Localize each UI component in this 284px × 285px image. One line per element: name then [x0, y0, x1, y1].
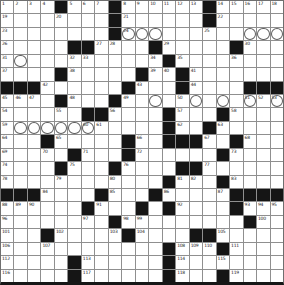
crossword-cell-r1c5[interactable] — [68, 14, 80, 26]
crossword-cell-r3c8[interactable]: 28 — [109, 41, 121, 53]
crossword-cell-r13c10[interactable] — [136, 176, 148, 188]
crossword-cell-r18c8[interactable] — [109, 243, 121, 255]
crossword-cell-r8c14[interactable] — [190, 108, 202, 120]
crossword-cell-r18c2[interactable] — [28, 243, 40, 255]
crossword-cell-r11c19[interactable] — [257, 149, 269, 161]
crossword-cell-r17c2[interactable] — [28, 229, 40, 241]
crossword-cell-r16c20[interactable] — [271, 216, 283, 228]
crossword-cell-r2c14[interactable] — [190, 28, 202, 40]
crossword-cell-r10c15[interactable]: 67 — [203, 135, 215, 147]
crossword-cell-r9c7[interactable]: 61 — [95, 122, 107, 134]
crossword-cell-r10c10[interactable]: 66 — [136, 135, 148, 147]
crossword-cell-r14c15[interactable] — [203, 189, 215, 201]
crossword-cell-r7c14[interactable] — [190, 95, 202, 107]
crossword-cell-r7c12[interactable] — [163, 95, 175, 107]
crossword-cell-r3c18[interactable]: 30 — [244, 41, 256, 53]
crossword-cell-r17c19[interactable] — [257, 229, 269, 241]
crossword-cell-r18c13[interactable]: 108 — [176, 243, 188, 255]
crossword-cell-r2c11[interactable] — [149, 28, 161, 40]
crossword-cell-r2c7[interactable] — [95, 28, 107, 40]
crossword-cell-r2c1[interactable] — [14, 28, 26, 40]
crossword-cell-r20c20[interactable] — [271, 270, 283, 282]
crossword-cell-r1c0[interactable]: 19 — [1, 14, 13, 26]
crossword-cell-r1c7[interactable] — [95, 14, 107, 26]
crossword-cell-r4c8[interactable] — [109, 55, 121, 67]
crossword-cell-r15c1[interactable]: 89 — [14, 202, 26, 214]
crossword-cell-r9c17[interactable] — [230, 122, 242, 134]
crossword-cell-r17c20[interactable] — [271, 229, 283, 241]
crossword-cell-r1c4[interactable]: 20 — [55, 14, 67, 26]
crossword-cell-r12c15[interactable]: 77 — [203, 162, 215, 174]
crossword-cell-r19c11[interactable] — [149, 256, 161, 268]
crossword-cell-r16c9[interactable]: 98 — [122, 216, 134, 228]
crossword-cell-r2c12[interactable] — [163, 28, 175, 40]
crossword-cell-r0c3[interactable]: 4 — [41, 1, 53, 13]
crossword-cell-r13c3[interactable] — [41, 176, 53, 188]
crossword-cell-r20c14[interactable] — [190, 270, 202, 282]
crossword-cell-r16c1[interactable] — [14, 216, 26, 228]
crossword-cell-r20c1[interactable] — [14, 270, 26, 282]
crossword-cell-r1c11[interactable] — [149, 14, 161, 26]
crossword-cell-r3c10[interactable] — [136, 41, 148, 53]
crossword-cell-r12c3[interactable] — [41, 162, 53, 174]
crossword-cell-r12c17[interactable] — [230, 162, 242, 174]
crossword-cell-r12c16[interactable] — [217, 162, 229, 174]
crossword-cell-r20c13[interactable]: 118 — [176, 270, 188, 282]
crossword-cell-r2c15[interactable]: 25 — [203, 28, 215, 40]
crossword-cell-r6c8[interactable] — [109, 82, 121, 94]
crossword-cell-r4c19[interactable] — [257, 55, 269, 67]
crossword-cell-r16c6[interactable]: 97 — [82, 216, 94, 228]
crossword-cell-r13c13[interactable]: 81 — [176, 176, 188, 188]
crossword-cell-r10c16[interactable] — [217, 135, 229, 147]
crossword-cell-r16c4[interactable] — [55, 216, 67, 228]
crossword-cell-r14c14[interactable] — [190, 189, 202, 201]
crossword-cell-r18c0[interactable]: 106 — [1, 243, 13, 255]
crossword-cell-r4c20[interactable] — [271, 55, 283, 67]
crossword-cell-r17c18[interactable] — [244, 229, 256, 241]
crossword-cell-r9c13[interactable]: 62 — [176, 122, 188, 134]
crossword-cell-r1c20[interactable] — [271, 14, 283, 26]
crossword-cell-r19c13[interactable]: 114 — [176, 256, 188, 268]
crossword-cell-r0c19[interactable]: 17 — [257, 1, 269, 13]
crossword-cell-r3c2[interactable] — [28, 41, 40, 53]
crossword-cell-r20c4[interactable] — [55, 270, 67, 282]
crossword-cell-r18c18[interactable] — [244, 243, 256, 255]
crossword-cell-r6c10[interactable]: 43 — [136, 82, 148, 94]
crossword-cell-r0c9[interactable]: 8 — [122, 1, 134, 13]
crossword-cell-r7c19[interactable]: 52 — [257, 95, 269, 107]
crossword-cell-r1c2[interactable] — [28, 14, 40, 26]
crossword-cell-r11c2[interactable] — [28, 149, 40, 161]
crossword-cell-r2c4[interactable] — [55, 28, 67, 40]
crossword-cell-r8c2[interactable] — [28, 108, 40, 120]
crossword-cell-r4c11[interactable]: 34 — [149, 55, 161, 67]
crossword-cell-r17c0[interactable]: 101 — [1, 229, 13, 241]
crossword-cell-r0c13[interactable]: 12 — [176, 1, 188, 13]
crossword-cell-r9c19[interactable] — [257, 122, 269, 134]
crossword-cell-r6c16[interactable] — [217, 82, 229, 94]
crossword-cell-r13c2[interactable] — [28, 176, 40, 188]
crossword-cell-r12c19[interactable] — [257, 162, 269, 174]
crossword-cell-r20c8[interactable] — [109, 270, 121, 282]
crossword-cell-r8c15[interactable] — [203, 108, 215, 120]
crossword-cell-r0c10[interactable]: 9 — [136, 1, 148, 13]
crossword-cell-r3c0[interactable]: 26 — [1, 41, 13, 53]
crossword-cell-r17c17[interactable] — [230, 229, 242, 241]
crossword-cell-r9c0[interactable]: 59 — [1, 122, 13, 134]
crossword-cell-r18c19[interactable] — [257, 243, 269, 255]
crossword-cell-r9c4[interactable] — [55, 122, 67, 134]
crossword-cell-r18c11[interactable] — [149, 243, 161, 255]
crossword-cell-r9c9[interactable] — [122, 122, 134, 134]
crossword-cell-r13c7[interactable] — [95, 176, 107, 188]
crossword-cell-r19c14[interactable] — [190, 256, 202, 268]
crossword-cell-r20c2[interactable] — [28, 270, 40, 282]
crossword-cell-r14c6[interactable] — [82, 189, 94, 201]
crossword-cell-r12c5[interactable]: 75 — [68, 162, 80, 174]
crossword-cell-r20c9[interactable] — [122, 270, 134, 282]
crossword-cell-r3c20[interactable] — [271, 41, 283, 53]
crossword-cell-r14c16[interactable]: 87 — [217, 189, 229, 201]
crossword-cell-r18c15[interactable]: 110 — [203, 243, 215, 255]
crossword-cell-r11c18[interactable] — [244, 149, 256, 161]
crossword-cell-r10c5[interactable] — [68, 135, 80, 147]
crossword-cell-r7c9[interactable]: 49 — [122, 95, 134, 107]
crossword-cell-r17c1[interactable] — [14, 229, 26, 241]
crossword-cell-r8c1[interactable] — [14, 108, 26, 120]
crossword-cell-r10c1[interactable] — [14, 135, 26, 147]
crossword-cell-r18c1[interactable] — [14, 243, 26, 255]
crossword-cell-r11c4[interactable] — [55, 149, 67, 161]
crossword-cell-r11c1[interactable] — [14, 149, 26, 161]
crossword-cell-r6c7[interactable] — [95, 82, 107, 94]
crossword-cell-r16c3[interactable] — [41, 216, 53, 228]
crossword-cell-r2c9[interactable]: 24 — [122, 28, 134, 40]
crossword-cell-r9c1[interactable] — [14, 122, 26, 134]
crossword-cell-r7c18[interactable]: 51 — [244, 95, 256, 107]
crossword-cell-r16c15[interactable] — [203, 216, 215, 228]
crossword-cell-r19c9[interactable] — [122, 256, 134, 268]
crossword-cell-r14c4[interactable] — [55, 189, 67, 201]
crossword-cell-r1c6[interactable] — [82, 14, 94, 26]
crossword-cell-r7c17[interactable] — [230, 95, 242, 107]
crossword-cell-r5c11[interactable]: 39 — [149, 68, 161, 80]
crossword-cell-r20c11[interactable] — [149, 270, 161, 282]
crossword-cell-r17c13[interactable] — [176, 229, 188, 241]
crossword-cell-r0c6[interactable]: 6 — [82, 1, 94, 13]
crossword-cell-r4c2[interactable] — [28, 55, 40, 67]
crossword-cell-r13c9[interactable] — [122, 176, 134, 188]
crossword-cell-r4c4[interactable] — [55, 55, 67, 67]
crossword-cell-r4c10[interactable] — [136, 55, 148, 67]
crossword-cell-r9c11[interactable] — [149, 122, 161, 134]
crossword-cell-r19c10[interactable] — [136, 256, 148, 268]
crossword-cell-r20c0[interactable]: 116 — [1, 270, 13, 282]
crossword-cell-r19c0[interactable]: 112 — [1, 256, 13, 268]
crossword-cell-r11c15[interactable] — [203, 149, 215, 161]
crossword-cell-r13c5[interactable] — [68, 176, 80, 188]
crossword-cell-r18c17[interactable]: 111 — [230, 243, 242, 255]
crossword-cell-r7c15[interactable] — [203, 95, 215, 107]
crossword-cell-r9c8[interactable] — [109, 122, 121, 134]
crossword-cell-r15c9[interactable] — [122, 202, 134, 214]
crossword-cell-r1c18[interactable] — [244, 14, 256, 26]
crossword-cell-r17c4[interactable]: 102 — [55, 229, 67, 241]
crossword-cell-r5c17[interactable] — [230, 68, 242, 80]
crossword-cell-r12c6[interactable] — [82, 162, 94, 174]
crossword-cell-r2c16[interactable] — [217, 28, 229, 40]
crossword-cell-r8c10[interactable] — [136, 108, 148, 120]
crossword-cell-r5c9[interactable] — [122, 68, 134, 80]
crossword-cell-r14c12[interactable]: 86 — [163, 189, 175, 201]
crossword-cell-r2c10[interactable] — [136, 28, 148, 40]
crossword-cell-r20c10[interactable] — [136, 270, 148, 282]
crossword-cell-r17c12[interactable] — [163, 229, 175, 241]
crossword-cell-r16c5[interactable] — [68, 216, 80, 228]
crossword-cell-r16c14[interactable] — [190, 216, 202, 228]
crossword-cell-r19c19[interactable] — [257, 256, 269, 268]
crossword-cell-r0c7[interactable]: 7 — [95, 1, 107, 13]
crossword-cell-r3c7[interactable]: 27 — [95, 41, 107, 53]
crossword-cell-r15c8[interactable] — [109, 202, 121, 214]
crossword-cell-r13c14[interactable]: 82 — [190, 176, 202, 188]
crossword-cell-r16c19[interactable]: 100 — [257, 216, 269, 228]
crossword-cell-r3c4[interactable] — [55, 41, 67, 53]
crossword-cell-r5c20[interactable] — [271, 68, 283, 80]
crossword-cell-r8c17[interactable]: 58 — [230, 108, 242, 120]
crossword-cell-r15c2[interactable]: 90 — [28, 202, 40, 214]
crossword-cell-r8c5[interactable] — [68, 108, 80, 120]
crossword-cell-r7c20[interactable]: 53 — [271, 95, 283, 107]
crossword-cell-r12c18[interactable] — [244, 162, 256, 174]
crossword-cell-r5c5[interactable]: 38 — [68, 68, 80, 80]
crossword-cell-r18c20[interactable] — [271, 243, 283, 255]
crossword-cell-r10c4[interactable]: 65 — [55, 135, 67, 147]
crossword-cell-r6c4[interactable] — [55, 82, 67, 94]
crossword-cell-r11c20[interactable] — [271, 149, 283, 161]
crossword-cell-r7c10[interactable] — [136, 95, 148, 107]
crossword-cell-r11c3[interactable]: 70 — [41, 149, 53, 161]
crossword-cell-r10c11[interactable] — [149, 135, 161, 147]
crossword-cell-r19c3[interactable] — [41, 256, 53, 268]
crossword-cell-r8c18[interactable] — [244, 108, 256, 120]
crossword-cell-r17c10[interactable]: 104 — [136, 229, 148, 241]
crossword-cell-r15c16[interactable] — [217, 202, 229, 214]
crossword-cell-r18c4[interactable] — [55, 243, 67, 255]
crossword-cell-r1c13[interactable] — [176, 14, 188, 26]
crossword-cell-r14c9[interactable] — [122, 189, 134, 201]
crossword-cell-r20c7[interactable] — [95, 270, 107, 282]
crossword-cell-r11c17[interactable]: 73 — [230, 149, 242, 161]
crossword-cell-r1c10[interactable] — [136, 14, 148, 26]
crossword-cell-r16c10[interactable]: 99 — [136, 216, 148, 228]
crossword-cell-r1c17[interactable] — [230, 14, 242, 26]
crossword-cell-r16c7[interactable] — [95, 216, 107, 228]
crossword-cell-r16c13[interactable] — [176, 216, 188, 228]
crossword-cell-r13c8[interactable]: 80 — [109, 176, 121, 188]
crossword-cell-r10c8[interactable] — [109, 135, 121, 147]
crossword-cell-r4c5[interactable]: 32 — [68, 55, 80, 67]
crossword-cell-r19c17[interactable] — [230, 256, 242, 268]
crossword-cell-r16c2[interactable] — [28, 216, 40, 228]
crossword-cell-r13c19[interactable] — [257, 176, 269, 188]
crossword-cell-r9c20[interactable] — [271, 122, 283, 134]
crossword-cell-r4c13[interactable]: 35 — [176, 55, 188, 67]
crossword-cell-r7c2[interactable]: 47 — [28, 95, 40, 107]
crossword-cell-r17c6[interactable] — [82, 229, 94, 241]
crossword-cell-r19c2[interactable] — [28, 256, 40, 268]
crossword-cell-r11c11[interactable] — [149, 149, 161, 161]
crossword-cell-r8c11[interactable] — [149, 108, 161, 120]
crossword-cell-r9c2[interactable] — [28, 122, 40, 134]
crossword-cell-r6c14[interactable]: 44 — [190, 82, 202, 94]
crossword-cell-r4c7[interactable] — [95, 55, 107, 67]
crossword-cell-r8c20[interactable] — [271, 108, 283, 120]
crossword-cell-r0c16[interactable]: 14 — [217, 1, 229, 13]
crossword-cell-r12c11[interactable] — [149, 162, 161, 174]
crossword-cell-r5c18[interactable] — [244, 68, 256, 80]
crossword-cell-r5c19[interactable] — [257, 68, 269, 80]
crossword-cell-r1c1[interactable] — [14, 14, 26, 26]
crossword-cell-r10c6[interactable] — [82, 135, 94, 147]
crossword-cell-r16c11[interactable] — [149, 216, 161, 228]
crossword-cell-r11c12[interactable] — [163, 149, 175, 161]
crossword-cell-r1c9[interactable]: 21 — [122, 14, 134, 26]
crossword-cell-r11c13[interactable] — [176, 149, 188, 161]
crossword-cell-r18c9[interactable] — [122, 243, 134, 255]
crossword-cell-r2c20[interactable] — [271, 28, 283, 40]
crossword-cell-r18c6[interactable] — [82, 243, 94, 255]
crossword-cell-r7c0[interactable]: 45 — [1, 95, 13, 107]
crossword-cell-r10c19[interactable] — [257, 135, 269, 147]
crossword-cell-r3c15[interactable] — [203, 41, 215, 53]
crossword-cell-r3c13[interactable] — [176, 41, 188, 53]
crossword-cell-r15c3[interactable] — [41, 202, 53, 214]
crossword-cell-r4c15[interactable] — [203, 55, 215, 67]
crossword-cell-r7c1[interactable]: 46 — [14, 95, 26, 107]
crossword-cell-r5c2[interactable] — [28, 68, 40, 80]
crossword-cell-r18c5[interactable] — [68, 243, 80, 255]
crossword-cell-r14c3[interactable]: 84 — [41, 189, 53, 201]
crossword-cell-r19c16[interactable]: 115 — [217, 256, 229, 268]
crossword-cell-r18c3[interactable]: 107 — [41, 243, 53, 255]
crossword-cell-r1c19[interactable] — [257, 14, 269, 26]
crossword-cell-r0c12[interactable]: 11 — [163, 1, 175, 13]
crossword-cell-r14c8[interactable]: 85 — [109, 189, 121, 201]
crossword-cell-r12c10[interactable] — [136, 162, 148, 174]
crossword-cell-r19c20[interactable] — [271, 256, 283, 268]
crossword-cell-r2c6[interactable] — [82, 28, 94, 40]
crossword-cell-r19c6[interactable]: 113 — [82, 256, 94, 268]
crossword-cell-r13c4[interactable]: 79 — [55, 176, 67, 188]
crossword-cell-r11c10[interactable]: 72 — [136, 149, 148, 161]
crossword-cell-r15c20[interactable]: 95 — [271, 202, 283, 214]
crossword-cell-r19c4[interactable] — [55, 256, 67, 268]
crossword-cell-r0c17[interactable]: 15 — [230, 1, 242, 13]
crossword-cell-r5c1[interactable] — [14, 68, 26, 80]
crossword-cell-r5c6[interactable] — [82, 68, 94, 80]
crossword-cell-r3c19[interactable] — [257, 41, 269, 53]
crossword-cell-r9c16[interactable]: 63 — [217, 122, 229, 134]
crossword-cell-r14c10[interactable] — [136, 189, 148, 201]
crossword-cell-r3c1[interactable] — [14, 41, 26, 53]
crossword-cell-r7c11[interactable] — [149, 95, 161, 107]
crossword-cell-r0c11[interactable]: 10 — [149, 1, 161, 13]
crossword-cell-r2c19[interactable] — [257, 28, 269, 40]
crossword-cell-r9c5[interactable] — [68, 122, 80, 134]
crossword-cell-r5c7[interactable] — [95, 68, 107, 80]
crossword-cell-r19c1[interactable] — [14, 256, 26, 268]
crossword-cell-r4c16[interactable] — [217, 55, 229, 67]
crossword-cell-r12c9[interactable]: 76 — [122, 162, 134, 174]
crossword-cell-r10c18[interactable]: 68 — [244, 135, 256, 147]
crossword-cell-r17c16[interactable]: 105 — [217, 229, 229, 241]
crossword-cell-r18c10[interactable] — [136, 243, 148, 255]
crossword-cell-r8c0[interactable]: 54 — [1, 108, 13, 120]
crossword-cell-r4c9[interactable] — [122, 55, 134, 67]
crossword-cell-r4c14[interactable] — [190, 55, 202, 67]
crossword-cell-r13c15[interactable] — [203, 176, 215, 188]
crossword-cell-r7c5[interactable]: 48 — [68, 95, 80, 107]
crossword-cell-r1c12[interactable] — [163, 14, 175, 26]
crossword-cell-r11c0[interactable]: 69 — [1, 149, 13, 161]
crossword-cell-r19c7[interactable] — [95, 256, 107, 268]
crossword-cell-r5c0[interactable]: 37 — [1, 68, 13, 80]
crossword-cell-r14c5[interactable] — [68, 189, 80, 201]
crossword-cell-r9c14[interactable] — [190, 122, 202, 134]
crossword-cell-r8c13[interactable]: 57 — [176, 108, 188, 120]
crossword-cell-r6c15[interactable] — [203, 82, 215, 94]
crossword-cell-r9c10[interactable] — [136, 122, 148, 134]
crossword-cell-r20c19[interactable] — [257, 270, 269, 282]
crossword-cell-r15c11[interactable] — [149, 202, 161, 214]
crossword-cell-r9c3[interactable] — [41, 122, 53, 134]
crossword-cell-r19c18[interactable] — [244, 256, 256, 268]
crossword-cell-r20c3[interactable] — [41, 270, 53, 282]
crossword-cell-r6c5[interactable] — [68, 82, 80, 94]
crossword-cell-r4c6[interactable]: 33 — [82, 55, 94, 67]
crossword-cell-r12c20[interactable] — [271, 162, 283, 174]
crossword-cell-r10c20[interactable] — [271, 135, 283, 147]
crossword-cell-r16c17[interactable] — [230, 216, 242, 228]
crossword-cell-r15c18[interactable]: 93 — [244, 202, 256, 214]
crossword-cell-r2c18[interactable] — [244, 28, 256, 40]
crossword-cell-r0c14[interactable]: 13 — [190, 1, 202, 13]
crossword-cell-r3c3[interactable] — [41, 41, 53, 53]
crossword-cell-r20c17[interactable]: 119 — [230, 270, 242, 282]
crossword-cell-r6c11[interactable] — [149, 82, 161, 94]
crossword-cell-r6c12[interactable] — [163, 82, 175, 94]
crossword-cell-r7c6[interactable] — [82, 95, 94, 107]
crossword-cell-r5c3[interactable] — [41, 68, 53, 80]
crossword-cell-r20c18[interactable] — [244, 270, 256, 282]
crossword-cell-r2c17[interactable] — [230, 28, 242, 40]
crossword-cell-r5c8[interactable] — [109, 68, 121, 80]
crossword-cell-r14c13[interactable] — [176, 189, 188, 201]
crossword-cell-r16c0[interactable]: 96 — [1, 216, 13, 228]
crossword-cell-r8c3[interactable] — [41, 108, 53, 120]
crossword-cell-r0c20[interactable]: 18 — [271, 1, 283, 13]
crossword-cell-r5c12[interactable]: 40 — [163, 68, 175, 80]
crossword-cell-r2c13[interactable] — [176, 28, 188, 40]
crossword-cell-r12c2[interactable] — [28, 162, 40, 174]
crossword-cell-r0c2[interactable]: 3 — [28, 1, 40, 13]
crossword-cell-r6c6[interactable] — [82, 82, 94, 94]
crossword-cell-r11c8[interactable] — [109, 149, 121, 161]
crossword-cell-r2c2[interactable] — [28, 28, 40, 40]
crossword-cell-r17c7[interactable] — [95, 229, 107, 241]
